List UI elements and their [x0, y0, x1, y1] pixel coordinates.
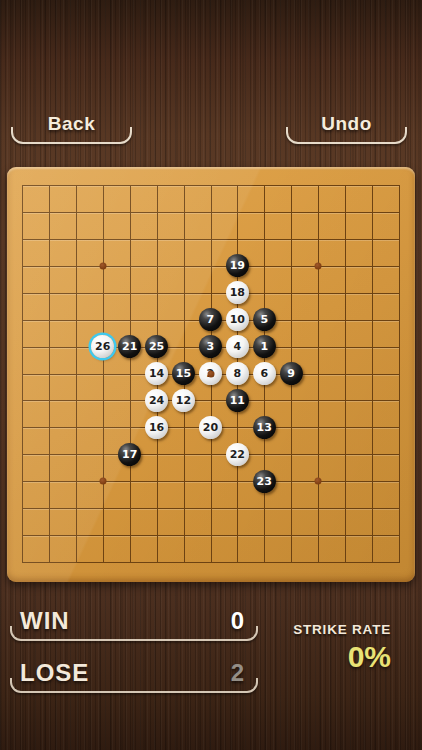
stone-25: 25 — [145, 335, 168, 358]
stone-13: 13 — [253, 416, 276, 439]
star-point — [315, 262, 322, 269]
star-point — [99, 478, 106, 485]
stone-9: 9 — [280, 362, 303, 385]
stone-6: 6 — [253, 362, 276, 385]
stone-4: 4 — [226, 335, 249, 358]
stone-5: 5 — [253, 308, 276, 331]
star-point — [315, 478, 322, 485]
stone-10: 10 — [226, 308, 249, 331]
strike-rate-label: STRIKE RATE — [293, 622, 391, 637]
win-bracket — [10, 626, 258, 641]
undo-button[interactable]: Undo — [286, 110, 407, 144]
stone-23: 23 — [253, 470, 276, 493]
undo-button-bracket — [286, 127, 407, 144]
stone-21: 21 — [118, 335, 141, 358]
back-button[interactable]: Back — [11, 110, 132, 144]
stone-15: 15 — [172, 362, 195, 385]
stone-12: 12 — [172, 389, 195, 412]
stone-18: 18 — [226, 281, 249, 304]
star-point — [99, 262, 106, 269]
stone-24: 24 — [145, 389, 168, 412]
stone-8: 8 — [226, 362, 249, 385]
stone-14: 14 — [145, 362, 168, 385]
stone-1: 1 — [253, 335, 276, 358]
lose-bracket — [10, 678, 258, 693]
strike-rate-panel: STRIKE RATE 0% — [293, 622, 391, 674]
lose-panel: LOSE 2 — [10, 657, 258, 693]
strike-rate-value: 0% — [293, 640, 391, 674]
board[interactable]: 1234567891011121314151617181920212223242… — [7, 167, 415, 582]
stone-19: 19 — [226, 254, 249, 277]
game-screen: Back Undo 123456789101112131415161718192… — [0, 0, 422, 750]
stone-26: 26 — [91, 335, 114, 358]
stone-3: 3 — [199, 335, 222, 358]
stone-11: 11 — [226, 389, 249, 412]
stone-17: 17 — [118, 443, 141, 466]
stone-22: 22 — [226, 443, 249, 466]
back-button-bracket — [11, 127, 132, 144]
stone-16: 16 — [145, 416, 168, 439]
star-point — [207, 370, 214, 377]
stone-7: 7 — [199, 308, 222, 331]
win-panel: WIN 0 — [10, 605, 258, 641]
stone-20: 20 — [199, 416, 222, 439]
